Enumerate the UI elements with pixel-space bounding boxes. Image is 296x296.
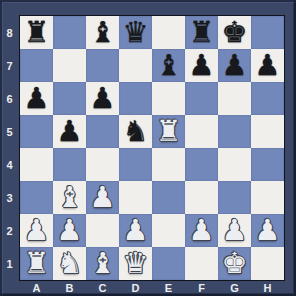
square-f7[interactable]: ♟ — [185, 49, 218, 82]
square-g8[interactable]: ♚ — [218, 16, 251, 49]
square-d1[interactable]: ♛ — [119, 247, 152, 280]
square-a5[interactable] — [20, 115, 53, 148]
rank-label-1: 1 — [0, 247, 19, 280]
square-h4[interactable] — [251, 148, 284, 181]
square-b3[interactable]: ♝ — [53, 181, 86, 214]
square-c6[interactable]: ♟ — [86, 82, 119, 115]
black-pawn[interactable]: ♟ — [86, 82, 119, 115]
square-b7[interactable] — [53, 49, 86, 82]
rank-label-3: 3 — [0, 181, 19, 214]
white-knight[interactable]: ♞ — [53, 247, 86, 280]
square-c8[interactable]: ♝ — [86, 16, 119, 49]
black-bishop[interactable]: ♝ — [86, 16, 119, 49]
white-king[interactable]: ♚ — [218, 247, 251, 280]
square-h1[interactable] — [251, 247, 284, 280]
square-g1[interactable]: ♚ — [218, 247, 251, 280]
white-rook[interactable]: ♜ — [152, 115, 185, 148]
square-b8[interactable] — [53, 16, 86, 49]
square-f8[interactable]: ♜ — [185, 16, 218, 49]
square-d6[interactable] — [119, 82, 152, 115]
black-bishop[interactable]: ♝ — [152, 49, 185, 82]
square-f6[interactable] — [185, 82, 218, 115]
square-h2[interactable]: ♟ — [251, 214, 284, 247]
square-a3[interactable] — [20, 181, 53, 214]
black-pawn[interactable]: ♟ — [251, 49, 284, 82]
file-label-d: D — [119, 280, 152, 295]
file-label-b: B — [53, 280, 86, 295]
rank-label-4: 4 — [0, 148, 19, 181]
rank-label-8: 8 — [0, 16, 19, 49]
square-d2[interactable]: ♟ — [119, 214, 152, 247]
square-e3[interactable] — [152, 181, 185, 214]
white-pawn[interactable]: ♟ — [218, 214, 251, 247]
square-g7[interactable]: ♟ — [218, 49, 251, 82]
rank-label-7: 7 — [0, 49, 19, 82]
square-b1[interactable]: ♞ — [53, 247, 86, 280]
square-e6[interactable] — [152, 82, 185, 115]
square-a1[interactable]: ♜ — [20, 247, 53, 280]
square-h7[interactable]: ♟ — [251, 49, 284, 82]
chess-board: ♜♝♛♜♚♝♟♟♟♟♟♟♞♜♝♟♟♟♟♟♟♟♜♞♝♛♚ — [20, 16, 284, 280]
square-h5[interactable] — [251, 115, 284, 148]
square-c4[interactable] — [86, 148, 119, 181]
square-e4[interactable] — [152, 148, 185, 181]
black-pawn[interactable]: ♟ — [218, 49, 251, 82]
black-rook[interactable]: ♜ — [20, 16, 53, 49]
square-e5[interactable]: ♜ — [152, 115, 185, 148]
square-b5[interactable]: ♟ — [53, 115, 86, 148]
black-pawn[interactable]: ♟ — [20, 82, 53, 115]
file-label-a: A — [20, 280, 53, 295]
white-pawn[interactable]: ♟ — [119, 214, 152, 247]
white-pawn[interactable]: ♟ — [185, 214, 218, 247]
file-label-f: F — [185, 280, 218, 295]
rank-label-6: 6 — [0, 82, 19, 115]
square-d5[interactable]: ♞ — [119, 115, 152, 148]
square-d4[interactable] — [119, 148, 152, 181]
file-label-c: C — [86, 280, 119, 295]
square-e2[interactable] — [152, 214, 185, 247]
square-b6[interactable] — [53, 82, 86, 115]
square-c2[interactable] — [86, 214, 119, 247]
square-b2[interactable]: ♟ — [53, 214, 86, 247]
square-c3[interactable]: ♟ — [86, 181, 119, 214]
square-f2[interactable]: ♟ — [185, 214, 218, 247]
white-rook[interactable]: ♜ — [20, 247, 53, 280]
board-frame: 87654321 ABCDEFGH ♜♝♛♜♚♝♟♟♟♟♟♟♞♜♝♟♟♟♟♟♟♟… — [0, 0, 296, 296]
black-pawn[interactable]: ♟ — [53, 115, 86, 148]
square-a4[interactable] — [20, 148, 53, 181]
white-pawn[interactable]: ♟ — [251, 214, 284, 247]
white-queen[interactable]: ♛ — [119, 247, 152, 280]
square-d7[interactable] — [119, 49, 152, 82]
square-f4[interactable] — [185, 148, 218, 181]
black-knight[interactable]: ♞ — [119, 115, 152, 148]
black-queen[interactable]: ♛ — [119, 16, 152, 49]
square-c7[interactable] — [86, 49, 119, 82]
white-pawn[interactable]: ♟ — [86, 181, 119, 214]
square-a6[interactable]: ♟ — [20, 82, 53, 115]
rank-label-2: 2 — [0, 214, 19, 247]
square-a2[interactable]: ♟ — [20, 214, 53, 247]
square-g4[interactable] — [218, 148, 251, 181]
square-e1[interactable] — [152, 247, 185, 280]
square-d3[interactable] — [119, 181, 152, 214]
black-rook[interactable]: ♜ — [185, 16, 218, 49]
black-king[interactable]: ♚ — [218, 16, 251, 49]
square-f5[interactable] — [185, 115, 218, 148]
square-e7[interactable]: ♝ — [152, 49, 185, 82]
white-pawn[interactable]: ♟ — [20, 214, 53, 247]
file-label-g: G — [218, 280, 251, 295]
square-f3[interactable] — [185, 181, 218, 214]
square-g2[interactable]: ♟ — [218, 214, 251, 247]
square-b4[interactable] — [53, 148, 86, 181]
square-c5[interactable] — [86, 115, 119, 148]
square-c1[interactable]: ♝ — [86, 247, 119, 280]
rank-label-5: 5 — [0, 115, 19, 148]
square-h3[interactable] — [251, 181, 284, 214]
file-label-h: H — [251, 280, 284, 295]
square-g6[interactable] — [218, 82, 251, 115]
square-g5[interactable] — [218, 115, 251, 148]
square-h6[interactable] — [251, 82, 284, 115]
square-a7[interactable] — [20, 49, 53, 82]
square-d8[interactable]: ♛ — [119, 16, 152, 49]
white-pawn[interactable]: ♟ — [53, 214, 86, 247]
file-label-e: E — [152, 280, 185, 295]
square-h8[interactable] — [251, 16, 284, 49]
black-pawn[interactable]: ♟ — [185, 49, 218, 82]
square-e8[interactable] — [152, 16, 185, 49]
square-a8[interactable]: ♜ — [20, 16, 53, 49]
square-f1[interactable] — [185, 247, 218, 280]
square-g3[interactable] — [218, 181, 251, 214]
white-bishop[interactable]: ♝ — [53, 181, 86, 214]
white-bishop[interactable]: ♝ — [86, 247, 119, 280]
